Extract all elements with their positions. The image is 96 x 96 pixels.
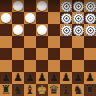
square-a4[interactable] (0, 48, 12, 60)
square-a5[interactable] (0, 36, 12, 48)
square-b8[interactable] (12, 0, 24, 12)
square-e1[interactable]: ♛ (48, 84, 60, 96)
black-rook[interactable]: ♜ (85, 84, 96, 96)
square-b4[interactable] (12, 48, 24, 60)
square-f4[interactable] (60, 48, 72, 60)
square-c1[interactable]: ♝ (24, 84, 36, 96)
square-d7[interactable] (36, 12, 48, 24)
white-checker-king[interactable] (61, 13, 72, 24)
square-a1[interactable]: ♜ (0, 84, 12, 96)
square-h5[interactable] (84, 36, 96, 48)
black-king-gold[interactable]: ♚ (37, 84, 48, 96)
square-a7[interactable] (0, 12, 12, 24)
square-h7[interactable] (84, 12, 96, 24)
square-b6[interactable] (12, 24, 24, 36)
square-b5[interactable] (12, 36, 24, 48)
square-e7[interactable] (48, 12, 60, 24)
white-checker-king[interactable] (85, 1, 96, 12)
white-checker[interactable] (37, 25, 47, 35)
square-a6[interactable] (0, 24, 12, 36)
black-bishop[interactable]: ♝ (25, 84, 36, 96)
black-queen[interactable]: ♛ (49, 84, 60, 96)
black-knight[interactable]: ♞ (73, 84, 84, 96)
square-d8[interactable] (36, 0, 48, 12)
square-e8[interactable] (48, 0, 60, 12)
square-g6[interactable] (72, 24, 84, 36)
square-f6[interactable] (60, 24, 72, 36)
square-c5[interactable] (24, 36, 36, 48)
square-f1[interactable]: ♝ (60, 84, 72, 96)
white-checker-king[interactable] (85, 25, 96, 36)
white-checker-king[interactable] (61, 1, 72, 12)
square-f7[interactable] (60, 12, 72, 24)
white-checker[interactable] (25, 13, 35, 23)
square-c4[interactable] (24, 48, 36, 60)
square-e6[interactable] (48, 24, 60, 36)
square-d6[interactable] (36, 24, 48, 36)
square-h4[interactable] (84, 48, 96, 60)
black-knight[interactable]: ♞ (13, 84, 24, 96)
square-g1[interactable]: ♞ (72, 84, 84, 96)
white-checker-king[interactable] (73, 25, 84, 36)
square-f8[interactable] (60, 0, 72, 12)
square-g5[interactable] (72, 36, 84, 48)
square-g4[interactable] (72, 48, 84, 60)
white-checker-king[interactable] (73, 13, 84, 24)
square-c8[interactable] (24, 0, 36, 12)
white-checker-king[interactable] (61, 25, 72, 36)
square-a8[interactable] (0, 0, 12, 12)
white-checker-king[interactable] (85, 13, 96, 24)
white-checker[interactable] (1, 13, 11, 23)
square-g8[interactable] (72, 0, 84, 12)
board: ♟♟♟♟♟♟♟♟♜♞♝♚♛♝♞♜ (0, 0, 96, 96)
square-d5[interactable] (36, 36, 48, 48)
white-checker[interactable] (13, 25, 23, 35)
square-b1[interactable]: ♞ (12, 84, 24, 96)
square-g7[interactable] (72, 12, 84, 24)
square-d4[interactable] (36, 48, 48, 60)
white-checker[interactable] (13, 1, 23, 11)
square-f5[interactable] (60, 36, 72, 48)
square-b7[interactable] (12, 12, 24, 24)
square-e4[interactable] (48, 48, 60, 60)
square-h1[interactable]: ♜ (84, 84, 96, 96)
square-h6[interactable] (84, 24, 96, 36)
square-h8[interactable] (84, 0, 96, 12)
black-rook[interactable]: ♜ (1, 84, 12, 96)
black-bishop[interactable]: ♝ (61, 84, 72, 96)
square-e5[interactable] (48, 36, 60, 48)
square-c7[interactable] (24, 12, 36, 24)
white-checker[interactable] (37, 1, 47, 11)
square-d1[interactable]: ♚ (36, 84, 48, 96)
square-c6[interactable] (24, 24, 36, 36)
white-checker-king[interactable] (73, 1, 84, 12)
